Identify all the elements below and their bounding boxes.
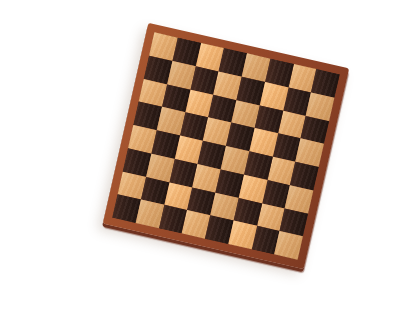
- square-h1[interactable]: [274, 231, 302, 259]
- board-frame: [103, 23, 350, 270]
- chessboard: [103, 23, 350, 270]
- photo-background: [0, 0, 416, 312]
- board-grid: [112, 32, 339, 259]
